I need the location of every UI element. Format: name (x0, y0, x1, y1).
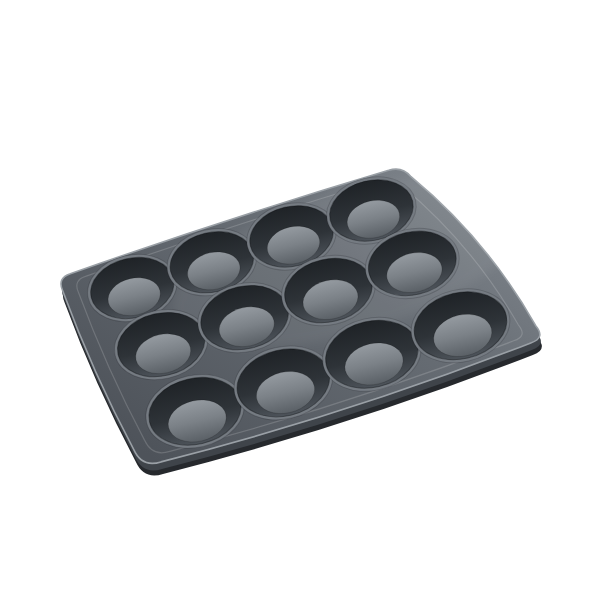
product-photo-canvas (0, 0, 600, 600)
muffin-tray-photo (0, 0, 600, 600)
